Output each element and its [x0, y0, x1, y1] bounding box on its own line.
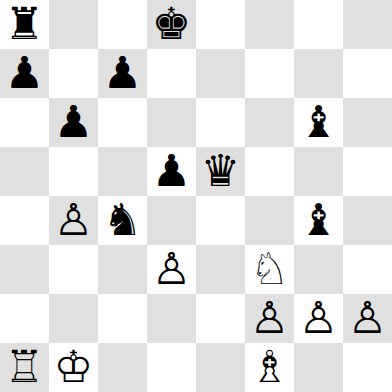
square-a8[interactable]: ♜: [0, 0, 49, 49]
square-g7[interactable]: [294, 49, 343, 98]
square-g3[interactable]: [294, 245, 343, 294]
piece-black-queen: ♛: [201, 147, 240, 195]
piece-white-king: ♔: [54, 343, 93, 391]
square-c7[interactable]: ♟: [98, 49, 147, 98]
square-e2[interactable]: [196, 294, 245, 343]
piece-black-bishop: ♝: [299, 196, 338, 244]
square-f3[interactable]: ♘: [245, 245, 294, 294]
square-d1[interactable]: [147, 343, 196, 392]
square-a3[interactable]: [0, 245, 49, 294]
square-e5[interactable]: ♛: [196, 147, 245, 196]
square-d7[interactable]: [147, 49, 196, 98]
square-f4[interactable]: [245, 196, 294, 245]
square-h6[interactable]: [343, 98, 392, 147]
piece-white-pawn: ♙: [299, 294, 338, 342]
square-h7[interactable]: [343, 49, 392, 98]
piece-white-rook: ♖: [5, 343, 44, 391]
square-b3[interactable]: [49, 245, 98, 294]
square-e4[interactable]: [196, 196, 245, 245]
square-a2[interactable]: [0, 294, 49, 343]
square-g4[interactable]: ♝: [294, 196, 343, 245]
square-b1[interactable]: ♔: [49, 343, 98, 392]
piece-black-king: ♚: [152, 0, 191, 48]
square-d5[interactable]: ♟: [147, 147, 196, 196]
piece-black-rook: ♜: [5, 0, 44, 48]
piece-black-pawn: ♟: [54, 98, 93, 146]
square-b4[interactable]: ♙: [49, 196, 98, 245]
square-c3[interactable]: [98, 245, 147, 294]
piece-white-pawn: ♙: [54, 196, 93, 244]
piece-white-pawn: ♙: [348, 294, 387, 342]
square-d4[interactable]: [147, 196, 196, 245]
square-f2[interactable]: ♙: [245, 294, 294, 343]
piece-white-knight: ♘: [250, 245, 289, 293]
square-e6[interactable]: [196, 98, 245, 147]
square-b5[interactable]: [49, 147, 98, 196]
square-b7[interactable]: [49, 49, 98, 98]
square-a6[interactable]: [0, 98, 49, 147]
square-e8[interactable]: [196, 0, 245, 49]
piece-black-pawn: ♟: [103, 49, 142, 97]
square-b6[interactable]: ♟: [49, 98, 98, 147]
square-c1[interactable]: [98, 343, 147, 392]
piece-black-pawn: ♟: [5, 49, 44, 97]
square-b8[interactable]: [49, 0, 98, 49]
square-f1[interactable]: ♗: [245, 343, 294, 392]
square-h5[interactable]: [343, 147, 392, 196]
square-c8[interactable]: [98, 0, 147, 49]
square-g2[interactable]: ♙: [294, 294, 343, 343]
square-e3[interactable]: [196, 245, 245, 294]
chess-board: ♜♚♟♟♟♝♟♛♙♞♝♙♘♙♙♙♖♔♗: [0, 0, 392, 392]
square-b2[interactable]: [49, 294, 98, 343]
square-f7[interactable]: [245, 49, 294, 98]
piece-black-bishop: ♝: [299, 98, 338, 146]
square-h8[interactable]: [343, 0, 392, 49]
square-d8[interactable]: ♚: [147, 0, 196, 49]
square-h1[interactable]: [343, 343, 392, 392]
square-d6[interactable]: [147, 98, 196, 147]
square-g5[interactable]: [294, 147, 343, 196]
piece-white-bishop: ♗: [250, 343, 289, 391]
square-g8[interactable]: [294, 0, 343, 49]
square-a4[interactable]: [0, 196, 49, 245]
square-d3[interactable]: ♙: [147, 245, 196, 294]
square-e1[interactable]: [196, 343, 245, 392]
piece-white-pawn: ♙: [152, 245, 191, 293]
square-g6[interactable]: ♝: [294, 98, 343, 147]
piece-white-pawn: ♙: [250, 294, 289, 342]
square-f5[interactable]: [245, 147, 294, 196]
square-a5[interactable]: [0, 147, 49, 196]
square-g1[interactable]: [294, 343, 343, 392]
piece-black-pawn: ♟: [152, 147, 191, 195]
square-h3[interactable]: [343, 245, 392, 294]
square-a1[interactable]: ♖: [0, 343, 49, 392]
square-h2[interactable]: ♙: [343, 294, 392, 343]
square-h4[interactable]: [343, 196, 392, 245]
square-d2[interactable]: [147, 294, 196, 343]
square-c2[interactable]: [98, 294, 147, 343]
square-f6[interactable]: [245, 98, 294, 147]
square-e7[interactable]: [196, 49, 245, 98]
square-c5[interactable]: [98, 147, 147, 196]
square-a7[interactable]: ♟: [0, 49, 49, 98]
square-c6[interactable]: [98, 98, 147, 147]
square-c4[interactable]: ♞: [98, 196, 147, 245]
square-f8[interactable]: [245, 0, 294, 49]
piece-black-knight: ♞: [103, 196, 142, 244]
